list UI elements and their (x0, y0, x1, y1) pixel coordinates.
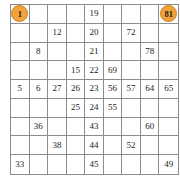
board: 1198112207282178152269562726235657646525… (10, 4, 179, 175)
given-number-36: 36 (34, 122, 43, 131)
cell-r6c7[interactable] (122, 99, 141, 118)
given-number-22: 22 (89, 66, 98, 75)
cell-r1c1: 1 (11, 5, 30, 24)
cell-r1c2[interactable] (30, 5, 49, 24)
cell-r3c4[interactable] (67, 43, 86, 62)
given-number-25: 25 (71, 103, 80, 112)
given-number-60: 60 (145, 122, 154, 131)
given-number-64: 64 (145, 84, 154, 93)
cell-r3c9[interactable] (159, 43, 178, 62)
given-number-69: 69 (108, 66, 117, 75)
cell-r2c4[interactable] (67, 24, 86, 43)
cell-r6c2[interactable] (30, 99, 49, 118)
cell-r3c6[interactable] (104, 43, 123, 62)
cell-r2c8[interactable] (141, 24, 160, 43)
cell-r1c8[interactable] (141, 5, 160, 24)
cell-r7c8: 60 (141, 118, 160, 137)
cell-r5c3: 27 (48, 80, 67, 99)
cell-r4c9[interactable] (159, 61, 178, 80)
cell-r8c8[interactable] (141, 136, 160, 155)
cell-r4c2[interactable] (30, 61, 49, 80)
given-number-65: 65 (164, 84, 173, 93)
cell-r7c2: 36 (30, 118, 49, 137)
given-number-52: 52 (127, 141, 136, 150)
cell-r1c9: 81 (159, 5, 178, 24)
cell-r2c1[interactable] (11, 24, 30, 43)
given-number-33: 33 (15, 160, 24, 169)
given-number-49: 49 (164, 160, 173, 169)
cell-r9c9: 49 (159, 155, 178, 174)
cell-r5c5: 23 (85, 80, 104, 99)
cell-r5c6: 56 (104, 80, 123, 99)
cell-r4c6: 69 (104, 61, 123, 80)
cell-r6c3[interactable] (48, 99, 67, 118)
given-number-72: 72 (127, 28, 136, 37)
cell-r2c3: 12 (48, 24, 67, 43)
given-number-26: 26 (71, 84, 80, 93)
cell-r2c5: 20 (85, 24, 104, 43)
given-number-57: 57 (127, 84, 136, 93)
cell-r8c1[interactable] (11, 136, 30, 155)
cell-r2c7: 72 (122, 24, 141, 43)
cell-r1c3[interactable] (48, 5, 67, 24)
given-number-27: 27 (52, 84, 61, 93)
given-number-21: 21 (89, 47, 98, 56)
cell-r6c8[interactable] (141, 99, 160, 118)
cell-r7c9[interactable] (159, 118, 178, 137)
cell-r3c1[interactable] (11, 43, 30, 62)
cell-r5c1: 5 (11, 80, 30, 99)
cell-r7c7[interactable] (122, 118, 141, 137)
given-number-55: 55 (108, 103, 117, 112)
cell-r5c2: 6 (30, 80, 49, 99)
cell-r9c7[interactable] (122, 155, 141, 174)
cell-r7c4[interactable] (67, 118, 86, 137)
cell-r6c9[interactable] (159, 99, 178, 118)
cell-r8c6[interactable] (104, 136, 123, 155)
cell-r8c9[interactable] (159, 136, 178, 155)
cell-r4c8[interactable] (141, 61, 160, 80)
cell-r2c6[interactable] (104, 24, 123, 43)
cell-r9c6[interactable] (104, 155, 123, 174)
hidato-puzzle-page: 1198112207282178152269562726235657646525… (0, 0, 180, 180)
given-number-38: 38 (52, 141, 61, 150)
cell-r4c4: 15 (67, 61, 86, 80)
cell-r4c3[interactable] (48, 61, 67, 80)
cell-r5c9: 65 (159, 80, 178, 99)
cell-r1c4[interactable] (67, 5, 86, 24)
cell-r1c7[interactable] (122, 5, 141, 24)
cell-r7c5: 43 (85, 118, 104, 137)
given-number-43: 43 (89, 122, 98, 131)
cell-r8c2[interactable] (30, 136, 49, 155)
cell-r3c7[interactable] (122, 43, 141, 62)
cell-r6c4: 25 (67, 99, 86, 118)
cell-r8c5: 44 (85, 136, 104, 155)
cell-r9c4[interactable] (67, 155, 86, 174)
given-number-12: 12 (52, 28, 61, 37)
given-number-45: 45 (89, 160, 98, 169)
given-number-24: 24 (89, 103, 98, 112)
given-number-6: 6 (36, 84, 41, 93)
cell-r2c9[interactable] (159, 24, 178, 43)
cell-r9c3[interactable] (48, 155, 67, 174)
cell-r8c3: 38 (48, 136, 67, 155)
circled-number-1: 1 (11, 5, 28, 22)
cell-r1c6[interactable] (104, 5, 123, 24)
cell-r7c1[interactable] (11, 118, 30, 137)
given-number-19: 19 (89, 9, 98, 18)
given-number-23: 23 (89, 84, 98, 93)
cell-r5c8: 64 (141, 80, 160, 99)
cell-r4c1[interactable] (11, 61, 30, 80)
given-number-5: 5 (18, 84, 23, 93)
circled-number-81: 81 (160, 5, 177, 22)
cell-r9c5: 45 (85, 155, 104, 174)
cell-r6c1[interactable] (11, 99, 30, 118)
cell-r2c2[interactable] (30, 24, 49, 43)
cell-r9c2[interactable] (30, 155, 49, 174)
cell-r7c3[interactable] (48, 118, 67, 137)
cell-r4c5: 22 (85, 61, 104, 80)
cell-r6c5: 24 (85, 99, 104, 118)
given-number-78: 78 (145, 47, 154, 56)
cell-r5c4: 26 (67, 80, 86, 99)
cell-r8c7: 52 (122, 136, 141, 155)
cell-r3c8: 78 (141, 43, 160, 62)
given-number-15: 15 (71, 66, 80, 75)
cell-r1c5: 19 (85, 5, 104, 24)
given-number-8: 8 (36, 47, 41, 56)
cell-r3c2: 8 (30, 43, 49, 62)
cell-r6c6: 55 (104, 99, 123, 118)
cell-r3c3[interactable] (48, 43, 67, 62)
cell-r7c6[interactable] (104, 118, 123, 137)
cell-r8c4[interactable] (67, 136, 86, 155)
cell-r3c5: 21 (85, 43, 104, 62)
given-number-20: 20 (89, 28, 98, 37)
given-number-56: 56 (108, 84, 117, 93)
cell-r5c7: 57 (122, 80, 141, 99)
cell-r9c8[interactable] (141, 155, 160, 174)
given-number-44: 44 (89, 141, 98, 150)
cell-r9c1: 33 (11, 155, 30, 174)
cell-r4c7[interactable] (122, 61, 141, 80)
